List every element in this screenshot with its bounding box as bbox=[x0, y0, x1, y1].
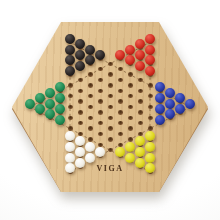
peg-green[interactable] bbox=[45, 88, 55, 98]
hole-empty[interactable] bbox=[108, 94, 113, 99]
peg-yellow[interactable] bbox=[145, 142, 155, 152]
hole-empty[interactable] bbox=[148, 105, 153, 110]
hole-empty[interactable] bbox=[148, 94, 153, 99]
peg-red[interactable] bbox=[115, 50, 125, 60]
peg-blue[interactable] bbox=[185, 99, 195, 109]
peg-blue[interactable] bbox=[165, 99, 175, 109]
hole-empty[interactable] bbox=[118, 121, 123, 126]
peg-red[interactable] bbox=[145, 45, 155, 55]
hole-empty[interactable] bbox=[88, 137, 93, 142]
hole-empty[interactable] bbox=[138, 89, 143, 94]
hole-empty[interactable] bbox=[148, 116, 153, 121]
hole-empty[interactable] bbox=[118, 132, 123, 137]
hole-empty[interactable] bbox=[88, 126, 93, 131]
hole-empty[interactable] bbox=[118, 110, 123, 115]
hole-empty[interactable] bbox=[78, 99, 83, 104]
hole-empty[interactable] bbox=[118, 99, 123, 104]
peg-green[interactable] bbox=[45, 99, 55, 109]
peg-blue[interactable] bbox=[165, 88, 175, 98]
hole-empty[interactable] bbox=[128, 116, 133, 121]
hole-empty[interactable] bbox=[98, 67, 103, 72]
hole-empty[interactable] bbox=[68, 94, 73, 99]
hole-empty[interactable] bbox=[98, 121, 103, 126]
hole-empty[interactable] bbox=[78, 110, 83, 115]
hole-empty[interactable] bbox=[68, 116, 73, 121]
hole-empty[interactable] bbox=[68, 105, 73, 110]
hole-empty[interactable] bbox=[78, 121, 83, 126]
hole-empty[interactable] bbox=[88, 83, 93, 88]
hole-empty[interactable] bbox=[118, 67, 123, 72]
hole-empty[interactable] bbox=[98, 99, 103, 104]
hole-empty[interactable] bbox=[78, 78, 83, 83]
board-face: VIGA bbox=[12, 22, 208, 192]
hole-empty[interactable] bbox=[98, 78, 103, 83]
peg-black[interactable] bbox=[65, 34, 75, 44]
peg-red[interactable] bbox=[135, 50, 145, 60]
hole-empty[interactable] bbox=[68, 83, 73, 88]
hole-empty[interactable] bbox=[118, 78, 123, 83]
peg-black[interactable] bbox=[75, 61, 85, 71]
peg-white[interactable] bbox=[65, 153, 75, 163]
peg-white[interactable] bbox=[85, 142, 95, 152]
peg-white[interactable] bbox=[75, 158, 85, 168]
hole-empty[interactable] bbox=[128, 83, 133, 88]
hole-empty[interactable] bbox=[128, 94, 133, 99]
peg-green[interactable] bbox=[55, 104, 65, 114]
peg-blue[interactable] bbox=[155, 104, 165, 114]
hole-empty[interactable] bbox=[128, 126, 133, 131]
peg-yellow[interactable] bbox=[125, 153, 135, 163]
hole-empty[interactable] bbox=[108, 105, 113, 110]
peg-black[interactable] bbox=[75, 50, 85, 60]
hole-empty[interactable] bbox=[98, 89, 103, 94]
peg-green[interactable] bbox=[25, 99, 35, 109]
hole-empty[interactable] bbox=[128, 72, 133, 77]
peg-black[interactable] bbox=[65, 45, 75, 55]
peg-white[interactable] bbox=[65, 142, 75, 152]
hole-empty[interactable] bbox=[108, 148, 113, 153]
hole-empty[interactable] bbox=[138, 78, 143, 83]
peg-green[interactable] bbox=[35, 104, 45, 114]
peg-blue[interactable] bbox=[175, 104, 185, 114]
peg-yellow[interactable] bbox=[125, 142, 135, 152]
chinese-checkers-board: VIGA bbox=[12, 22, 208, 192]
hole-empty[interactable] bbox=[78, 89, 83, 94]
peg-yellow[interactable] bbox=[145, 131, 155, 141]
peg-white[interactable] bbox=[85, 153, 95, 163]
hole-empty[interactable] bbox=[108, 62, 113, 67]
hole-empty[interactable] bbox=[108, 126, 113, 131]
peg-black[interactable] bbox=[85, 45, 95, 55]
peg-black[interactable] bbox=[95, 50, 105, 60]
peg-yellow[interactable] bbox=[135, 158, 145, 168]
hole-empty[interactable] bbox=[118, 89, 123, 94]
hole-empty[interactable] bbox=[108, 72, 113, 77]
peg-yellow[interactable] bbox=[145, 153, 155, 163]
hole-empty[interactable] bbox=[108, 137, 113, 142]
hole-empty[interactable] bbox=[88, 105, 93, 110]
hole-empty[interactable] bbox=[138, 110, 143, 115]
hole-empty[interactable] bbox=[128, 137, 133, 142]
hole-empty[interactable] bbox=[88, 72, 93, 77]
peg-white[interactable] bbox=[65, 131, 75, 141]
peg-red[interactable] bbox=[125, 45, 135, 55]
peg-red[interactable] bbox=[135, 61, 145, 71]
peg-green[interactable] bbox=[55, 115, 65, 125]
product-photo-scene: VIGA bbox=[0, 0, 220, 220]
hole-empty[interactable] bbox=[88, 94, 93, 99]
hole-empty[interactable] bbox=[108, 116, 113, 121]
hole-empty[interactable] bbox=[128, 105, 133, 110]
hole-empty[interactable] bbox=[148, 83, 153, 88]
brand-logo: VIGA bbox=[97, 164, 124, 173]
peg-blue[interactable] bbox=[155, 115, 165, 125]
hole-empty[interactable] bbox=[138, 99, 143, 104]
peg-red[interactable] bbox=[145, 34, 155, 44]
hole-empty[interactable] bbox=[88, 116, 93, 121]
hole-empty[interactable] bbox=[138, 121, 143, 126]
hole-empty[interactable] bbox=[98, 132, 103, 137]
hole-empty[interactable] bbox=[98, 110, 103, 115]
hole-empty[interactable] bbox=[108, 83, 113, 88]
